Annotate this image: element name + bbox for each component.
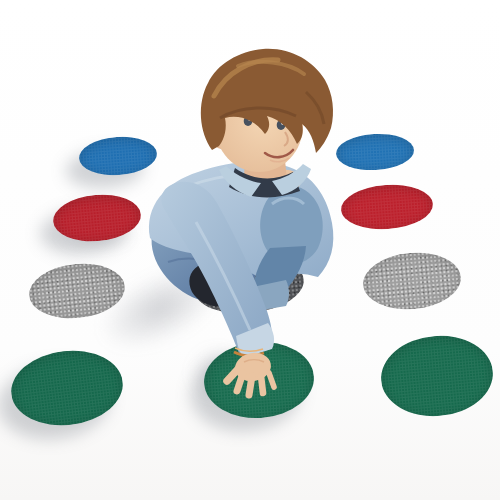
photo-stage — [0, 0, 500, 500]
spot-red-right[interactable] — [340, 182, 435, 232]
spot-gray-left[interactable] — [26, 259, 127, 323]
spot-green-right[interactable] — [378, 331, 497, 420]
spot-green-middle[interactable] — [201, 338, 316, 421]
spots-layer — [0, 0, 500, 500]
spot-blue-top-left[interactable] — [78, 134, 158, 177]
spot-gray-middle[interactable] — [191, 251, 306, 318]
spot-blue-top-right[interactable] — [335, 132, 415, 172]
spot-gray-right[interactable] — [361, 249, 464, 313]
spot-red-left[interactable] — [51, 191, 143, 244]
spot-green-left[interactable] — [7, 344, 127, 431]
